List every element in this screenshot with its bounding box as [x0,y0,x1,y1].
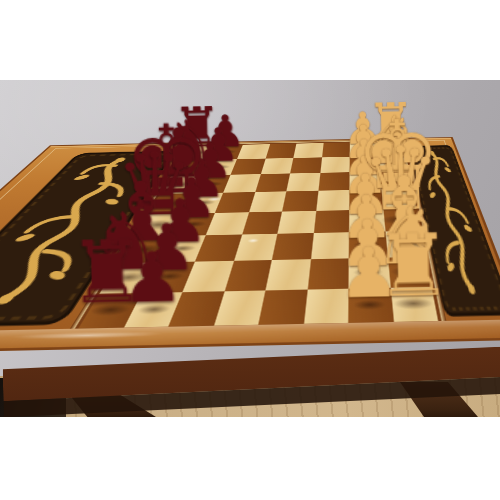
photo: ♜♟♟♜♞♟♟♞♝♟♟♝♚♟♟♚♛♟♟♛♝♟♟♝♞♟♟♞♜♟♟♜ [0,80,500,417]
board-square [316,190,350,211]
board-square [293,143,323,158]
table-scene: ♜♟♟♜♞♟♟♞♝♟♟♝♚♟♟♚♛♟♟♛♝♟♟♝♞♟♟♞♜♟♟♜ [0,80,500,417]
board-square [290,157,322,173]
board-square [349,172,381,190]
board-square [379,171,412,189]
board-square [303,288,348,324]
board-square [349,189,383,210]
board-square [313,210,349,233]
board-square [390,286,438,322]
board-square [249,191,287,212]
board-square [377,141,406,156]
board-square [310,232,349,259]
board-square [255,174,290,192]
board-square [349,257,390,288]
board-square [378,155,409,171]
board-square [387,257,431,288]
board-square [266,259,311,290]
matte-bottom [0,417,500,500]
board-square [286,173,320,191]
board-square [322,142,350,157]
board-square [258,289,307,325]
board-square [350,142,378,157]
table-tilt-wrapper: ♜♟♟♜♞♟♟♞♝♟♟♝♚♟♟♚♛♟♟♛♝♟♟♝♞♟♟♞♜♟♟♜ [0,80,500,417]
board-square [307,258,349,289]
board-square [349,232,387,259]
board-square [260,158,293,174]
board-square [383,208,421,231]
board-square [348,287,393,323]
board-square [350,156,380,172]
matte-top [0,0,500,80]
board-square [242,211,283,234]
board-square [381,189,416,209]
board-square [385,231,426,258]
board-square [224,260,272,291]
board-square [318,172,350,190]
board-square [320,157,350,173]
board-square [277,211,315,234]
table-top: ♜♟♟♜♞♟♟♞♝♟♟♝♚♟♟♚♛♟♟♛♝♟♟♝♞♟♟♞♜♟♟♜ [0,138,500,352]
board-square [272,233,313,260]
board-square [282,191,318,212]
board-square [265,144,296,159]
board-square [349,209,385,232]
screenshot: ♜♟♟♜♞♟♟♞♝♟♟♝♚♟♟♚♛♟♟♛♝♟♟♝♞♟♟♞♜♟♟♜ [0,0,500,500]
